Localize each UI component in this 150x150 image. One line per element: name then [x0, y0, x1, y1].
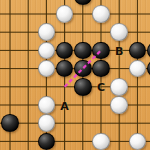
point-label-c: C — [97, 82, 105, 93]
black-stone[interactable] — [38, 133, 56, 150]
white-stone[interactable] — [110, 78, 128, 96]
go-board[interactable]: BCA — [0, 0, 150, 150]
black-stone[interactable] — [147, 60, 150, 78]
white-stone[interactable] — [129, 60, 147, 78]
point-label-a: A — [60, 100, 69, 111]
white-stone[interactable] — [129, 133, 147, 150]
black-stone[interactable] — [74, 0, 92, 5]
white-stone[interactable] — [56, 5, 74, 23]
white-stone[interactable] — [110, 96, 128, 114]
black-stone[interactable] — [129, 42, 147, 60]
black-stone[interactable] — [74, 78, 92, 96]
white-stone[interactable] — [38, 23, 56, 41]
annotation-layer — [0, 0, 150, 150]
board-grid-lines — [0, 0, 150, 150]
white-stone[interactable] — [92, 5, 110, 23]
black-stone[interactable] — [92, 42, 110, 60]
white-stone[interactable] — [110, 23, 128, 41]
black-stone[interactable] — [56, 42, 74, 60]
black-stone[interactable] — [1, 114, 19, 132]
black-stone[interactable] — [56, 60, 74, 78]
black-stone[interactable] — [147, 42, 150, 60]
black-stone[interactable] — [74, 60, 92, 78]
white-stone[interactable] — [38, 96, 56, 114]
black-stone[interactable] — [74, 42, 92, 60]
white-stone[interactable] — [92, 133, 110, 150]
white-stone[interactable] — [38, 114, 56, 132]
white-stone[interactable] — [38, 60, 56, 78]
black-stone[interactable] — [92, 60, 110, 78]
point-label-b: B — [115, 45, 123, 56]
white-stone[interactable] — [38, 42, 56, 60]
